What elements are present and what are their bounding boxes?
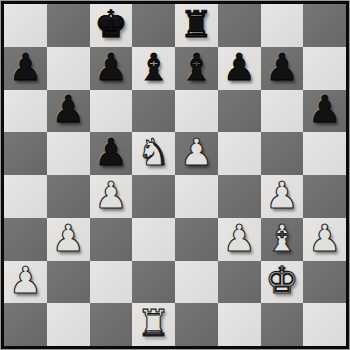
square-b4[interactable] (47, 175, 90, 218)
piece-white-rook[interactable]: ♜ (137, 305, 170, 342)
square-c5[interactable]: ♟ (90, 132, 133, 175)
square-d6[interactable] (132, 90, 175, 133)
square-g1[interactable] (261, 303, 304, 346)
square-b1[interactable] (47, 303, 90, 346)
square-a2[interactable]: ♟ (4, 261, 47, 304)
square-d1[interactable]: ♜ (132, 303, 175, 346)
square-e2[interactable] (175, 261, 218, 304)
square-h6[interactable]: ♟ (303, 90, 346, 133)
square-d4[interactable] (132, 175, 175, 218)
square-f7[interactable]: ♟ (218, 47, 261, 90)
square-h8[interactable] (303, 4, 346, 47)
square-b3[interactable]: ♟ (47, 218, 90, 261)
square-g6[interactable] (261, 90, 304, 133)
square-f8[interactable] (218, 4, 261, 47)
piece-white-pawn[interactable]: ♟ (94, 177, 127, 214)
square-h2[interactable] (303, 261, 346, 304)
square-h5[interactable] (303, 132, 346, 175)
square-b2[interactable] (47, 261, 90, 304)
piece-black-pawn[interactable]: ♟ (308, 91, 341, 128)
square-e3[interactable] (175, 218, 218, 261)
piece-black-pawn[interactable]: ♟ (9, 49, 42, 86)
square-f5[interactable] (218, 132, 261, 175)
square-e6[interactable] (175, 90, 218, 133)
square-g5[interactable] (261, 132, 304, 175)
piece-white-pawn[interactable]: ♟ (9, 262, 42, 299)
piece-white-king[interactable]: ♚ (265, 262, 298, 299)
square-f3[interactable]: ♟ (218, 218, 261, 261)
piece-black-bishop[interactable]: ♝ (137, 49, 170, 86)
piece-white-bishop[interactable]: ♝ (265, 220, 298, 257)
piece-black-rook[interactable]: ♜ (180, 6, 213, 43)
square-a4[interactable] (4, 175, 47, 218)
square-e1[interactable] (175, 303, 218, 346)
piece-white-pawn[interactable]: ♟ (180, 134, 213, 171)
square-g4[interactable]: ♟ (261, 175, 304, 218)
piece-black-king[interactable]: ♚ (94, 6, 127, 43)
piece-black-pawn[interactable]: ♟ (52, 91, 85, 128)
square-e8[interactable]: ♜ (175, 4, 218, 47)
square-f6[interactable] (218, 90, 261, 133)
square-d5[interactable]: ♞ (132, 132, 175, 175)
square-f2[interactable] (218, 261, 261, 304)
square-d8[interactable] (132, 4, 175, 47)
square-a6[interactable] (4, 90, 47, 133)
piece-white-pawn[interactable]: ♟ (308, 220, 341, 257)
piece-black-pawn[interactable]: ♟ (94, 49, 127, 86)
square-c8[interactable]: ♚ (90, 4, 133, 47)
square-b5[interactable] (47, 132, 90, 175)
piece-white-pawn[interactable]: ♟ (223, 220, 256, 257)
square-e7[interactable]: ♝ (175, 47, 218, 90)
chess-board: ♚♜♟♟♝♝♟♟♟♟♟♞♟♟♟♟♟♝♟♟♚♜ (4, 4, 346, 346)
square-h3[interactable]: ♟ (303, 218, 346, 261)
square-a3[interactable] (4, 218, 47, 261)
square-a8[interactable] (4, 4, 47, 47)
piece-black-bishop[interactable]: ♝ (180, 49, 213, 86)
square-d7[interactable]: ♝ (132, 47, 175, 90)
square-c6[interactable] (90, 90, 133, 133)
piece-white-pawn[interactable]: ♟ (52, 220, 85, 257)
square-a1[interactable] (4, 303, 47, 346)
piece-white-pawn[interactable]: ♟ (265, 177, 298, 214)
board-outer-edge: ♚♜♟♟♝♝♟♟♟♟♟♞♟♟♟♟♟♝♟♟♚♜ (0, 0, 350, 350)
square-c3[interactable] (90, 218, 133, 261)
square-a5[interactable] (4, 132, 47, 175)
square-e4[interactable] (175, 175, 218, 218)
square-f1[interactable] (218, 303, 261, 346)
piece-white-knight[interactable]: ♞ (137, 134, 170, 171)
board-frame: ♚♜♟♟♝♝♟♟♟♟♟♞♟♟♟♟♟♝♟♟♚♜ (1, 1, 349, 349)
square-h4[interactable] (303, 175, 346, 218)
square-c2[interactable] (90, 261, 133, 304)
square-h7[interactable] (303, 47, 346, 90)
square-a7[interactable]: ♟ (4, 47, 47, 90)
square-h1[interactable] (303, 303, 346, 346)
square-b6[interactable]: ♟ (47, 90, 90, 133)
square-c7[interactable]: ♟ (90, 47, 133, 90)
square-d3[interactable] (132, 218, 175, 261)
square-d2[interactable] (132, 261, 175, 304)
piece-black-pawn[interactable]: ♟ (265, 49, 298, 86)
square-f4[interactable] (218, 175, 261, 218)
square-g2[interactable]: ♚ (261, 261, 304, 304)
square-e5[interactable]: ♟ (175, 132, 218, 175)
piece-black-pawn[interactable]: ♟ (223, 49, 256, 86)
square-b8[interactable] (47, 4, 90, 47)
square-g8[interactable] (261, 4, 304, 47)
piece-black-pawn[interactable]: ♟ (94, 134, 127, 171)
square-c4[interactable]: ♟ (90, 175, 133, 218)
square-g7[interactable]: ♟ (261, 47, 304, 90)
square-b7[interactable] (47, 47, 90, 90)
square-g3[interactable]: ♝ (261, 218, 304, 261)
square-c1[interactable] (90, 303, 133, 346)
